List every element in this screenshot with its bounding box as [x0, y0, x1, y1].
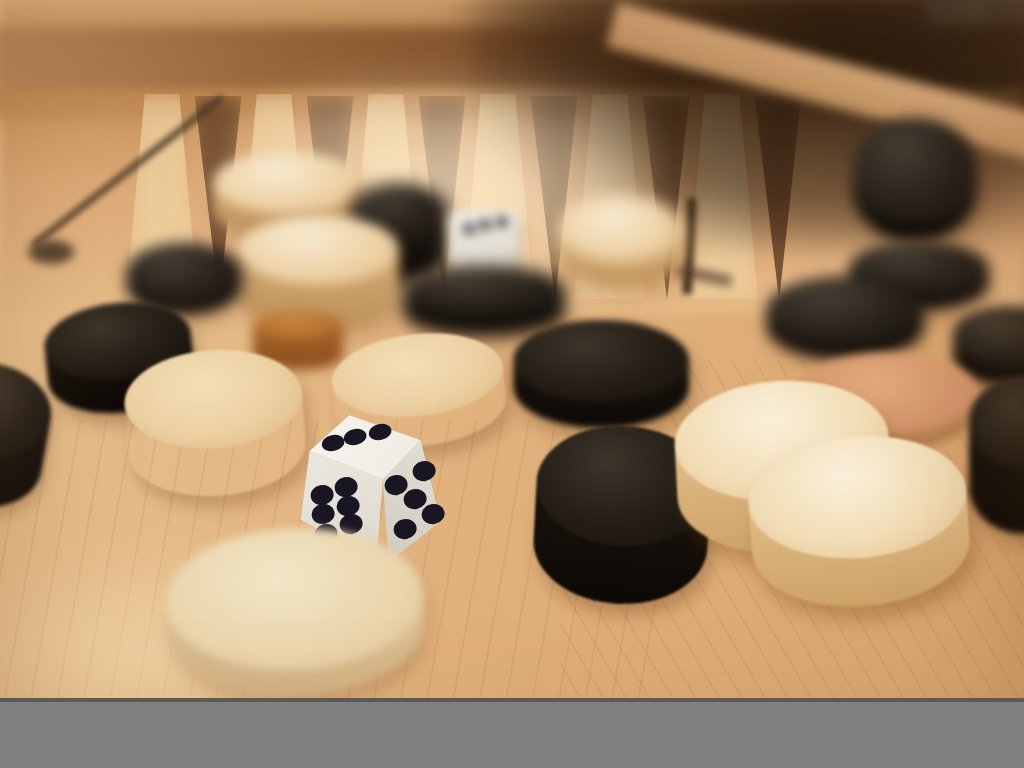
bottom-gray-bar [0, 702, 1024, 768]
checker-top [403, 266, 565, 314]
checker-dark-D6 [513, 320, 689, 428]
checker-top [558, 196, 684, 264]
checker-light-L8 [744, 429, 973, 614]
checker-top [766, 276, 924, 346]
checker-top [239, 215, 399, 285]
checker-dark-D8 [766, 276, 924, 360]
checker-dark-D9 [853, 118, 977, 242]
backgammon-board-photo [0, 0, 1024, 768]
die-pip [497, 217, 508, 227]
pieces-layer [0, 0, 1024, 768]
checker-top [213, 152, 363, 214]
checker-top [253, 312, 343, 340]
die-pip [480, 220, 491, 230]
checker-light-L10 [163, 524, 427, 701]
die-background [449, 210, 519, 272]
checker-top [853, 118, 977, 224]
checker-dark-D12 [969, 376, 1024, 534]
checker-light-L4 [121, 344, 309, 502]
die-pip [463, 224, 474, 234]
checker-light-L11 [558, 196, 684, 286]
checker-dark-D1 [0, 353, 59, 517]
checker-top [513, 320, 689, 402]
